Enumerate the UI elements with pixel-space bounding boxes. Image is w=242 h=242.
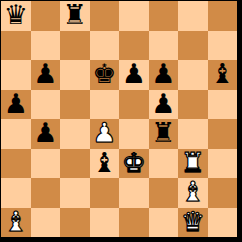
square-e3[interactable]: ♚	[119, 149, 149, 179]
square-h8[interactable]	[208, 1, 238, 31]
square-g1[interactable]: ♛	[178, 208, 208, 238]
black-rook[interactable]: ♜	[63, 1, 87, 30]
square-a1[interactable]: ♝	[1, 208, 31, 238]
square-e2[interactable]	[119, 178, 149, 208]
square-f1[interactable]	[149, 208, 179, 238]
white-king[interactable]: ♚	[122, 149, 146, 178]
square-f6[interactable]: ♟	[149, 60, 179, 90]
square-c6[interactable]	[60, 60, 90, 90]
square-g2[interactable]: ♝	[178, 178, 208, 208]
square-h6[interactable]: ♝	[208, 60, 238, 90]
chess-board: ♛♜♟♚♟♟♝♟♟♟♟♜♝♚♜♝♝♛	[1, 1, 237, 237]
square-b4[interactable]: ♟	[31, 119, 61, 149]
white-bishop[interactable]: ♝	[4, 208, 28, 237]
square-f8[interactable]	[149, 1, 179, 31]
square-a7[interactable]	[1, 31, 31, 61]
square-e8[interactable]	[119, 1, 149, 31]
square-a3[interactable]	[1, 149, 31, 179]
square-d1[interactable]	[90, 208, 120, 238]
square-d4[interactable]: ♟	[90, 119, 120, 149]
square-a8[interactable]: ♛	[1, 1, 31, 31]
square-b2[interactable]	[31, 178, 61, 208]
square-f7[interactable]	[149, 31, 179, 61]
black-pawn[interactable]: ♟	[151, 60, 175, 89]
black-pawn[interactable]: ♟	[151, 90, 175, 119]
square-c5[interactable]	[60, 90, 90, 120]
square-b3[interactable]	[31, 149, 61, 179]
square-e1[interactable]	[119, 208, 149, 238]
square-c2[interactable]	[60, 178, 90, 208]
square-b6[interactable]: ♟	[31, 60, 61, 90]
square-d2[interactable]	[90, 178, 120, 208]
white-queen[interactable]: ♛	[181, 208, 205, 237]
black-pawn[interactable]: ♟	[33, 60, 57, 89]
white-rook[interactable]: ♜	[181, 149, 205, 178]
square-h7[interactable]	[208, 31, 238, 61]
square-c7[interactable]	[60, 31, 90, 61]
square-e6[interactable]: ♟	[119, 60, 149, 90]
black-bishop[interactable]: ♝	[92, 149, 116, 178]
square-e7[interactable]	[119, 31, 149, 61]
square-g7[interactable]	[178, 31, 208, 61]
square-e4[interactable]	[119, 119, 149, 149]
square-h2[interactable]	[208, 178, 238, 208]
square-c3[interactable]	[60, 149, 90, 179]
chess-board-frame: ♛♜♟♚♟♟♝♟♟♟♟♜♝♚♜♝♝♛	[0, 0, 242, 242]
black-rook[interactable]: ♜	[151, 119, 175, 148]
square-d7[interactable]	[90, 31, 120, 61]
square-g6[interactable]	[178, 60, 208, 90]
square-b5[interactable]	[31, 90, 61, 120]
square-a6[interactable]	[1, 60, 31, 90]
square-b1[interactable]	[31, 208, 61, 238]
square-d5[interactable]	[90, 90, 120, 120]
square-g3[interactable]: ♜	[178, 149, 208, 179]
square-g5[interactable]	[178, 90, 208, 120]
square-g4[interactable]	[178, 119, 208, 149]
square-a4[interactable]	[1, 119, 31, 149]
square-b8[interactable]	[31, 1, 61, 31]
square-h4[interactable]	[208, 119, 238, 149]
square-d3[interactable]: ♝	[90, 149, 120, 179]
square-a2[interactable]	[1, 178, 31, 208]
black-queen[interactable]: ♛	[4, 1, 28, 30]
square-h1[interactable]	[208, 208, 238, 238]
square-h3[interactable]	[208, 149, 238, 179]
black-pawn[interactable]: ♟	[4, 90, 28, 119]
square-g8[interactable]	[178, 1, 208, 31]
square-e5[interactable]	[119, 90, 149, 120]
square-f2[interactable]	[149, 178, 179, 208]
square-b7[interactable]	[31, 31, 61, 61]
square-a5[interactable]: ♟	[1, 90, 31, 120]
white-pawn[interactable]: ♟	[92, 119, 116, 148]
white-bishop[interactable]: ♝	[181, 178, 205, 207]
square-c8[interactable]: ♜	[60, 1, 90, 31]
square-d8[interactable]	[90, 1, 120, 31]
square-f5[interactable]: ♟	[149, 90, 179, 120]
square-h5[interactable]	[208, 90, 238, 120]
black-bishop[interactable]: ♝	[210, 60, 234, 89]
black-pawn[interactable]: ♟	[122, 60, 146, 89]
square-c1[interactable]	[60, 208, 90, 238]
black-pawn[interactable]: ♟	[33, 119, 57, 148]
square-f3[interactable]	[149, 149, 179, 179]
square-c4[interactable]	[60, 119, 90, 149]
black-king[interactable]: ♚	[92, 60, 116, 89]
square-d6[interactable]: ♚	[90, 60, 120, 90]
square-f4[interactable]: ♜	[149, 119, 179, 149]
